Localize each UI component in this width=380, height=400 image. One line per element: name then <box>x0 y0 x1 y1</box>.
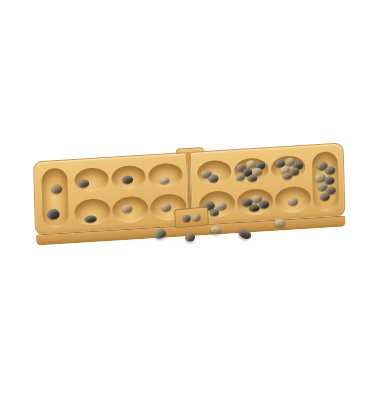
pit-top-3[interactable] <box>148 162 183 188</box>
pebble <box>282 172 292 180</box>
pit-bottom-1[interactable] <box>74 198 111 226</box>
mancala-board <box>33 138 347 257</box>
pebble <box>51 184 62 194</box>
board-half-right <box>190 143 346 226</box>
photo-canvas <box>0 0 380 400</box>
pebble <box>325 166 335 175</box>
pit-top-6[interactable] <box>271 155 306 181</box>
board-half-left <box>33 152 189 235</box>
hinge-latch <box>174 206 209 228</box>
pit-top-1[interactable] <box>74 167 109 193</box>
pebble <box>84 215 96 223</box>
pebble <box>78 179 89 188</box>
pit-top-2[interactable] <box>111 165 146 191</box>
pebble <box>122 175 133 184</box>
store-right[interactable] <box>312 151 340 213</box>
pit-bottom-2[interactable] <box>112 196 149 224</box>
pebble <box>208 174 218 183</box>
pit-bottom-6[interactable] <box>275 186 312 214</box>
pebble <box>159 177 169 185</box>
pebble <box>47 209 59 220</box>
pebble <box>182 214 190 222</box>
pebble <box>192 213 200 221</box>
pebble <box>236 173 245 181</box>
pit-top-4[interactable] <box>197 159 232 185</box>
pebble <box>259 200 269 209</box>
pebble <box>249 204 260 212</box>
pebble <box>288 197 298 206</box>
pebble <box>210 209 219 217</box>
pebble <box>122 205 132 214</box>
pit-bottom-5[interactable] <box>237 188 274 216</box>
pit-top-5[interactable] <box>234 157 269 183</box>
pebble <box>247 174 257 182</box>
store-left[interactable] <box>41 167 69 229</box>
pebble <box>161 203 171 212</box>
pebble <box>320 192 330 201</box>
